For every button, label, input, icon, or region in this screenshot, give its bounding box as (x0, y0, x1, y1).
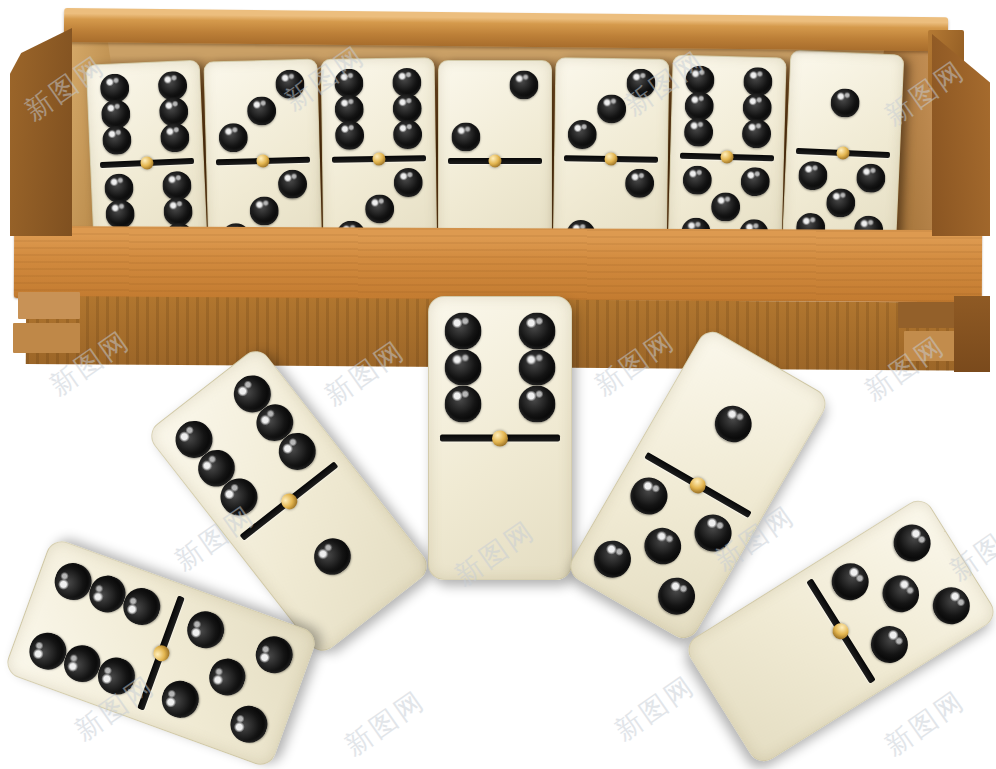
watermark-text: 新图网 (338, 682, 432, 763)
box-left-side (10, 28, 72, 236)
pip (682, 165, 712, 195)
pip (251, 631, 298, 678)
pip (334, 95, 364, 125)
finger-joint (18, 292, 80, 319)
brass-spinner-pin (604, 152, 617, 165)
pip (445, 312, 482, 349)
pip (335, 121, 365, 151)
pip (451, 122, 480, 151)
pip (626, 69, 656, 99)
domino-1-5[interactable] (782, 50, 905, 257)
pip (798, 161, 828, 191)
pip (510, 70, 539, 99)
domino-half-6 (87, 61, 203, 166)
brass-spinner-pin (372, 152, 385, 165)
divider-bar (440, 435, 559, 442)
pip (275, 69, 305, 99)
pip (587, 534, 637, 584)
pip (182, 606, 229, 653)
pip (334, 69, 364, 99)
pip (445, 386, 482, 423)
pip (684, 117, 714, 147)
dominoes-photo-scene: 新图网新图网新图网新图网新图网新图网新图网新图网新图网新图网新图网新图网新图网新… (0, 0, 996, 769)
domino-half-3 (204, 60, 319, 163)
domino-half-2 (439, 61, 551, 161)
finger-joint (898, 302, 962, 328)
divider-bar (564, 155, 658, 162)
pip (445, 349, 482, 386)
domino-6-0[interactable] (428, 296, 572, 580)
finger-joint (13, 323, 80, 353)
pip (365, 194, 395, 224)
box-front-rim (14, 226, 982, 302)
pip (826, 188, 856, 218)
pip (518, 312, 555, 349)
box-right-side (932, 34, 990, 236)
domino-half-6 (322, 58, 435, 160)
domino-half-1 (787, 51, 903, 156)
pip (743, 67, 773, 97)
watermark-text: 新图网 (878, 682, 972, 763)
pip (830, 88, 860, 118)
pip (249, 196, 279, 226)
domino-half-3 (555, 58, 668, 160)
pip (864, 619, 915, 670)
pip (307, 531, 359, 583)
pip (518, 386, 555, 423)
pip (394, 168, 424, 198)
pip (218, 123, 248, 153)
brass-spinner-pin (492, 430, 508, 446)
pip (597, 94, 627, 124)
pip (887, 517, 938, 568)
pip (685, 65, 715, 95)
pip (567, 120, 597, 150)
pip (204, 653, 251, 700)
pip (393, 94, 423, 124)
pip (278, 169, 308, 199)
pip (684, 91, 714, 121)
divider-bar (448, 158, 542, 164)
box-right-end-face (954, 296, 990, 372)
domino-half-6 (671, 56, 786, 159)
pip (393, 120, 423, 150)
pip (392, 68, 422, 98)
pip (711, 192, 741, 222)
pip (247, 96, 277, 126)
pip (160, 123, 190, 153)
watermark-text: 新图网 (608, 667, 702, 748)
pip (825, 556, 876, 607)
pip (875, 568, 926, 619)
pip (157, 676, 204, 723)
pip (708, 399, 758, 449)
pip (625, 169, 655, 199)
domino-half-0 (429, 438, 571, 579)
brass-spinner-pin (489, 155, 502, 168)
pip (225, 701, 272, 748)
pip (688, 508, 738, 558)
pip (742, 119, 772, 149)
pip (102, 125, 132, 155)
pip (741, 167, 771, 197)
pip (651, 571, 701, 621)
pip (624, 471, 674, 521)
pip (638, 521, 688, 571)
pip (926, 580, 977, 631)
pip (518, 349, 555, 386)
domino-half-6 (429, 297, 571, 438)
pip (742, 93, 772, 123)
pip (856, 163, 886, 193)
